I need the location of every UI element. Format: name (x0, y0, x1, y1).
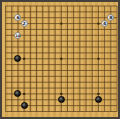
star-point (97, 93, 99, 95)
white-stone-C14[interactable]: 10 (14, 32, 21, 39)
black-stone-D2[interactable] (21, 102, 28, 109)
go-board[interactable]: 246810 (0, 0, 120, 119)
star-point (23, 93, 25, 95)
star-point (97, 58, 99, 60)
move-number-label: 4 (102, 21, 107, 27)
move-number-label: 8 (108, 15, 113, 21)
star-point (23, 58, 25, 60)
white-stone-S17[interactable]: 8 (107, 14, 114, 21)
white-stone-C17[interactable]: 6 (14, 14, 21, 21)
star-point (97, 22, 99, 24)
star-point (60, 93, 62, 95)
move-number-label: 6 (15, 15, 20, 21)
move-number-label: 2 (22, 21, 27, 27)
move-number-label: 10 (15, 33, 20, 39)
white-stone-R16[interactable]: 4 (101, 20, 108, 27)
star-point (60, 58, 62, 60)
star-point (60, 22, 62, 24)
white-stone-D16[interactable]: 2 (21, 20, 28, 27)
